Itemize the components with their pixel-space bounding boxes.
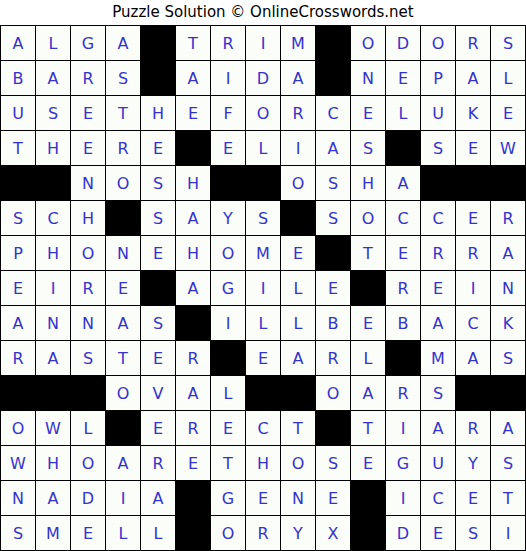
letter-cell-r3c11: E: [351, 96, 385, 130]
letter-cell-r9c4: A: [106, 306, 140, 340]
letter-cell-r3c1: U: [1, 96, 35, 130]
letter-cell-r14c1: N: [1, 481, 35, 515]
letter-cell-r13c7: T: [211, 446, 245, 480]
letter-cell-r14c5: A: [141, 481, 175, 515]
black-cell-r8c5: [141, 271, 175, 305]
letter-cell-r5c5: S: [141, 166, 175, 200]
letter-cell-r6c12: C: [386, 201, 420, 235]
letter-cell-r7c12: E: [386, 236, 420, 270]
letter-cell-r12c3: L: [71, 411, 105, 445]
puzzle-solution-page: Puzzle Solution © OnlineCrosswords.net A…: [0, 0, 526, 551]
letter-cell-r8c10: E: [316, 271, 350, 305]
letter-cell-r2c3: R: [71, 61, 105, 95]
letter-cell-r6c10: S: [316, 201, 350, 235]
letter-cell-r10c14: A: [456, 341, 490, 375]
letter-cell-r14c10: E: [316, 481, 350, 515]
letter-cell-r5c6: H: [176, 166, 210, 200]
letter-cell-r11c4: O: [106, 376, 140, 410]
black-cell-r8c11: [351, 271, 385, 305]
letter-cell-r4c7: E: [211, 131, 245, 165]
black-cell-r5c8: [246, 166, 280, 200]
letter-cell-r7c9: E: [281, 236, 315, 270]
letter-cell-r13c11: E: [351, 446, 385, 480]
black-cell-r6c9: [281, 201, 315, 235]
black-cell-r11c8: [246, 376, 280, 410]
letter-cell-r9c7: I: [211, 306, 245, 340]
letter-cell-r1c4: A: [106, 26, 140, 60]
letter-cell-r3c5: H: [141, 96, 175, 130]
letter-cell-r13c2: H: [36, 446, 70, 480]
letter-cell-r15c12: D: [386, 516, 420, 550]
letter-cell-r13c8: H: [246, 446, 280, 480]
letter-cell-r3c4: T: [106, 96, 140, 130]
letter-cell-r11c5: V: [141, 376, 175, 410]
letter-cell-r2c13: P: [421, 61, 455, 95]
letter-cell-r4c14: E: [456, 131, 490, 165]
letter-cell-r8c7: G: [211, 271, 245, 305]
black-cell-r4c12: [386, 131, 420, 165]
letter-cell-r14c7: G: [211, 481, 245, 515]
letter-cell-r4c10: A: [316, 131, 350, 165]
letter-cell-r10c3: S: [71, 341, 105, 375]
letter-cell-r4c9: I: [281, 131, 315, 165]
letter-cell-r3c3: E: [71, 96, 105, 130]
letter-cell-r15c5: L: [141, 516, 175, 550]
letter-cell-r12c6: R: [176, 411, 210, 445]
letter-cell-r14c9: N: [281, 481, 315, 515]
letter-cell-r3c14: K: [456, 96, 490, 130]
letter-cell-r7c3: O: [71, 236, 105, 270]
letter-cell-r1c8: I: [246, 26, 280, 60]
black-cell-r11c15: [491, 376, 525, 410]
letter-cell-r8c4: E: [106, 271, 140, 305]
letter-cell-r7c5: E: [141, 236, 175, 270]
letter-cell-r10c4: T: [106, 341, 140, 375]
letter-cell-r8c9: L: [281, 271, 315, 305]
letter-cell-r13c12: G: [386, 446, 420, 480]
letter-cell-r12c9: T: [281, 411, 315, 445]
letter-cell-r4c15: W: [491, 131, 525, 165]
letter-cell-r4c8: L: [246, 131, 280, 165]
letter-cell-r1c11: O: [351, 26, 385, 60]
letter-cell-r9c1: A: [1, 306, 35, 340]
letter-cell-r11c12: R: [386, 376, 420, 410]
letter-cell-r1c6: T: [176, 26, 210, 60]
letter-cell-r9c15: K: [491, 306, 525, 340]
letter-cell-r7c4: N: [106, 236, 140, 270]
black-cell-r5c2: [36, 166, 70, 200]
letter-cell-r6c14: E: [456, 201, 490, 235]
black-cell-r7c10: [316, 236, 350, 270]
letter-cell-r6c5: S: [141, 201, 175, 235]
letter-cell-r10c10: R: [316, 341, 350, 375]
letter-cell-r15c13: E: [421, 516, 455, 550]
black-cell-r11c9: [281, 376, 315, 410]
letter-cell-r6c2: C: [36, 201, 70, 235]
letter-cell-r9c2: N: [36, 306, 70, 340]
letter-cell-r3c9: R: [281, 96, 315, 130]
letter-cell-r15c15: I: [491, 516, 525, 550]
letter-cell-r2c15: L: [491, 61, 525, 95]
letter-cell-r6c13: C: [421, 201, 455, 235]
black-cell-r6c4: [106, 201, 140, 235]
letter-cell-r3c12: L: [386, 96, 420, 130]
black-cell-r2c5: [141, 61, 175, 95]
letter-cell-r15c4: L: [106, 516, 140, 550]
letter-cell-r6c1: S: [1, 201, 35, 235]
black-cell-r11c3: [71, 376, 105, 410]
letter-cell-r12c12: I: [386, 411, 420, 445]
letter-cell-r4c11: S: [351, 131, 385, 165]
letter-cell-r13c4: A: [106, 446, 140, 480]
black-cell-r5c1: [1, 166, 35, 200]
letter-cell-r10c13: M: [421, 341, 455, 375]
letter-cell-r8c15: N: [491, 271, 525, 305]
letter-cell-r6c3: H: [71, 201, 105, 235]
letter-cell-r11c11: A: [351, 376, 385, 410]
letter-cell-r6c11: O: [351, 201, 385, 235]
letter-cell-r5c4: O: [106, 166, 140, 200]
letter-cell-r1c12: D: [386, 26, 420, 60]
letter-cell-r9c5: S: [141, 306, 175, 340]
letter-cell-r14c13: C: [421, 481, 455, 515]
letter-cell-r8c3: R: [71, 271, 105, 305]
letter-cell-r1c15: S: [491, 26, 525, 60]
letter-cell-r9c10: B: [316, 306, 350, 340]
black-cell-r10c7: [211, 341, 245, 375]
letter-cell-r9c8: L: [246, 306, 280, 340]
black-cell-r2c10: [316, 61, 350, 95]
letter-cell-r12c1: O: [1, 411, 35, 445]
letter-cell-r4c2: H: [36, 131, 70, 165]
letter-cell-r9c3: N: [71, 306, 105, 340]
letter-cell-r2c11: N: [351, 61, 385, 95]
crossword-grid: ALGATRIMODORSBARSAIDANEPALUSETHEFORCELUK…: [0, 25, 526, 551]
letter-cell-r13c10: S: [316, 446, 350, 480]
letter-cell-r12c2: W: [36, 411, 70, 445]
letter-cell-r14c14: E: [456, 481, 490, 515]
black-cell-r12c4: [106, 411, 140, 445]
letter-cell-r14c2: A: [36, 481, 70, 515]
black-cell-r4c6: [176, 131, 210, 165]
letter-cell-r15c14: S: [456, 516, 490, 550]
letter-cell-r15c3: E: [71, 516, 105, 550]
letter-cell-r11c13: S: [421, 376, 455, 410]
letter-cell-r2c2: A: [36, 61, 70, 95]
black-cell-r14c11: [351, 481, 385, 515]
letter-cell-r5c11: H: [351, 166, 385, 200]
letter-cell-r7c2: H: [36, 236, 70, 270]
letter-cell-r1c1: A: [1, 26, 35, 60]
letter-cell-r6c8: S: [246, 201, 280, 235]
letter-cell-r6c7: Y: [211, 201, 245, 235]
letter-cell-r6c6: A: [176, 201, 210, 235]
letter-cell-r10c11: L: [351, 341, 385, 375]
letter-cell-r8c2: I: [36, 271, 70, 305]
letter-cell-r4c13: S: [421, 131, 455, 165]
black-cell-r5c7: [211, 166, 245, 200]
letter-cell-r14c3: D: [71, 481, 105, 515]
letter-cell-r15c7: O: [211, 516, 245, 550]
letter-cell-r8c6: A: [176, 271, 210, 305]
letter-cell-r7c13: R: [421, 236, 455, 270]
letter-cell-r13c13: U: [421, 446, 455, 480]
black-cell-r1c5: [141, 26, 175, 60]
letter-cell-r1c9: M: [281, 26, 315, 60]
letter-cell-r15c10: X: [316, 516, 350, 550]
letter-cell-r1c3: G: [71, 26, 105, 60]
letter-cell-r1c2: L: [36, 26, 70, 60]
letter-cell-r3c2: S: [36, 96, 70, 130]
letter-cell-r15c8: R: [246, 516, 280, 550]
letter-cell-r2c8: D: [246, 61, 280, 95]
letter-cell-r7c14: R: [456, 236, 490, 270]
letter-cell-r11c10: O: [316, 376, 350, 410]
letter-cell-r15c9: Y: [281, 516, 315, 550]
letter-cell-r9c13: A: [421, 306, 455, 340]
letter-cell-r2c9: A: [281, 61, 315, 95]
letter-cell-r10c8: E: [246, 341, 280, 375]
letter-cell-r3c7: F: [211, 96, 245, 130]
letter-cell-r10c1: R: [1, 341, 35, 375]
letter-cell-r1c13: O: [421, 26, 455, 60]
black-cell-r10c12: [386, 341, 420, 375]
black-cell-r11c1: [1, 376, 35, 410]
letter-cell-r9c11: E: [351, 306, 385, 340]
letter-cell-r3c15: E: [491, 96, 525, 130]
black-cell-r12c10: [316, 411, 350, 445]
letter-cell-r8c12: R: [386, 271, 420, 305]
letter-cell-r4c5: E: [141, 131, 175, 165]
letter-cell-r13c15: S: [491, 446, 525, 480]
letter-cell-r3c10: C: [316, 96, 350, 130]
letter-cell-r12c5: E: [141, 411, 175, 445]
black-cell-r5c15: [491, 166, 525, 200]
black-cell-r5c14: [456, 166, 490, 200]
letter-cell-r13c5: R: [141, 446, 175, 480]
letter-cell-r2c12: E: [386, 61, 420, 95]
letter-cell-r12c14: R: [456, 411, 490, 445]
black-cell-r5c13: [421, 166, 455, 200]
letter-cell-r2c6: A: [176, 61, 210, 95]
letter-cell-r12c15: A: [491, 411, 525, 445]
letter-cell-r3c8: O: [246, 96, 280, 130]
letter-cell-r11c7: L: [211, 376, 245, 410]
letter-cell-r7c1: P: [1, 236, 35, 270]
letter-cell-r13c1: W: [1, 446, 35, 480]
letter-cell-r8c8: I: [246, 271, 280, 305]
letter-cell-r10c2: A: [36, 341, 70, 375]
letter-cell-r3c13: U: [421, 96, 455, 130]
letter-cell-r2c4: S: [106, 61, 140, 95]
letter-cell-r15c1: S: [1, 516, 35, 550]
letter-cell-r12c8: C: [246, 411, 280, 445]
letter-cell-r9c9: L: [281, 306, 315, 340]
letter-cell-r10c15: S: [491, 341, 525, 375]
black-cell-r15c6: [176, 516, 210, 550]
letter-cell-r5c3: N: [71, 166, 105, 200]
letter-cell-r8c14: I: [456, 271, 490, 305]
letter-cell-r12c13: A: [421, 411, 455, 445]
black-cell-r11c2: [36, 376, 70, 410]
page-title: Puzzle Solution © OnlineCrosswords.net: [0, 0, 526, 25]
letter-cell-r9c14: C: [456, 306, 490, 340]
letter-cell-r7c6: H: [176, 236, 210, 270]
letter-cell-r1c7: R: [211, 26, 245, 60]
letter-cell-r14c4: I: [106, 481, 140, 515]
black-cell-r1c10: [316, 26, 350, 60]
letter-cell-r14c15: T: [491, 481, 525, 515]
letter-cell-r14c8: E: [246, 481, 280, 515]
letter-cell-r13c14: Y: [456, 446, 490, 480]
letter-cell-r7c11: T: [351, 236, 385, 270]
letter-cell-r10c5: E: [141, 341, 175, 375]
letter-cell-r5c10: S: [316, 166, 350, 200]
letter-cell-r5c12: A: [386, 166, 420, 200]
letter-cell-r2c1: B: [1, 61, 35, 95]
letter-cell-r4c4: R: [106, 131, 140, 165]
letter-cell-r2c7: I: [211, 61, 245, 95]
letter-cell-r5c9: O: [281, 166, 315, 200]
letter-cell-r7c7: O: [211, 236, 245, 270]
black-cell-r15c11: [351, 516, 385, 550]
letter-cell-r1c14: R: [456, 26, 490, 60]
letter-cell-r9c12: B: [386, 306, 420, 340]
letter-cell-r10c9: A: [281, 341, 315, 375]
letter-cell-r13c3: O: [71, 446, 105, 480]
letter-cell-r12c7: E: [211, 411, 245, 445]
letter-cell-r14c12: I: [386, 481, 420, 515]
letter-cell-r6c15: R: [491, 201, 525, 235]
letter-cell-r13c9: O: [281, 446, 315, 480]
letter-cell-r4c3: E: [71, 131, 105, 165]
letter-cell-r8c1: E: [1, 271, 35, 305]
letter-cell-r4c1: T: [1, 131, 35, 165]
letter-cell-r3c6: E: [176, 96, 210, 130]
black-cell-r9c6: [176, 306, 210, 340]
letter-cell-r10c6: R: [176, 341, 210, 375]
letter-cell-r15c2: M: [36, 516, 70, 550]
black-cell-r14c6: [176, 481, 210, 515]
letter-cell-r8c13: E: [421, 271, 455, 305]
letter-cell-r12c11: T: [351, 411, 385, 445]
letter-cell-r7c8: M: [246, 236, 280, 270]
letter-cell-r13c6: E: [176, 446, 210, 480]
letter-cell-r7c15: A: [491, 236, 525, 270]
letter-cell-r2c14: A: [456, 61, 490, 95]
letter-cell-r11c6: A: [176, 376, 210, 410]
black-cell-r11c14: [456, 376, 490, 410]
